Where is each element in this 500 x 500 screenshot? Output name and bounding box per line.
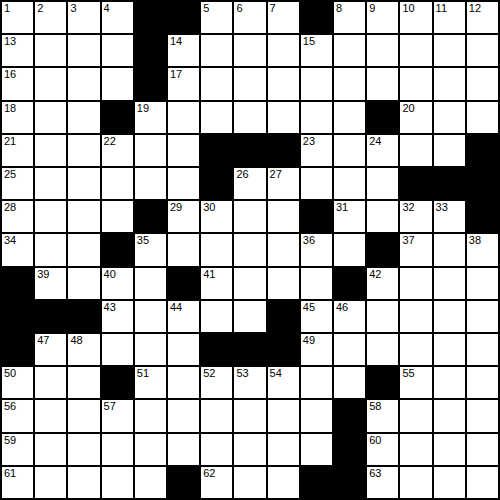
white-cell[interactable] — [102, 334, 133, 365]
clue-number: 17 — [170, 69, 182, 80]
white-cell[interactable]: 34 — [2, 234, 33, 265]
clue-number: 31 — [336, 202, 348, 213]
black-cell — [268, 334, 299, 365]
white-cell[interactable] — [201, 35, 232, 66]
white-cell[interactable]: 58 — [367, 400, 398, 431]
clue-number: 12 — [469, 3, 481, 14]
white-cell[interactable] — [467, 268, 498, 299]
white-cell[interactable] — [35, 68, 66, 99]
white-cell[interactable] — [35, 102, 66, 133]
white-cell[interactable] — [135, 434, 166, 465]
white-cell[interactable] — [367, 68, 398, 99]
white-cell[interactable] — [135, 400, 166, 431]
clue-number: 52 — [203, 368, 215, 379]
white-cell[interactable] — [434, 301, 465, 332]
white-cell[interactable] — [102, 35, 133, 66]
white-cell[interactable] — [68, 434, 99, 465]
white-cell[interactable] — [268, 201, 299, 232]
white-cell[interactable] — [68, 234, 99, 265]
white-cell[interactable]: 11 — [434, 2, 465, 33]
white-cell[interactable]: 43 — [102, 301, 133, 332]
clue-number: 5 — [203, 3, 209, 14]
black-cell — [135, 201, 166, 232]
clue-number: 15 — [303, 36, 315, 47]
white-cell[interactable] — [234, 35, 265, 66]
clue-number: 30 — [203, 202, 215, 213]
black-cell — [334, 268, 365, 299]
white-cell[interactable] — [234, 467, 265, 498]
white-cell[interactable] — [434, 400, 465, 431]
clue-number: 14 — [170, 36, 182, 47]
white-cell[interactable] — [201, 234, 232, 265]
clue-number: 57 — [104, 401, 116, 412]
white-cell[interactable] — [168, 367, 199, 398]
black-cell — [301, 2, 332, 33]
clue-number: 29 — [170, 202, 182, 213]
clue-number: 26 — [236, 169, 248, 180]
white-cell[interactable] — [168, 400, 199, 431]
white-cell[interactable] — [467, 367, 498, 398]
white-cell[interactable] — [467, 400, 498, 431]
white-cell[interactable] — [201, 102, 232, 133]
crossword-grid: 1234567891011121314151617181920212223242… — [0, 0, 500, 500]
white-cell[interactable] — [434, 334, 465, 365]
clue-number: 37 — [402, 235, 414, 246]
white-cell[interactable]: 27 — [268, 168, 299, 199]
clue-number: 58 — [369, 401, 381, 412]
white-cell[interactable]: 57 — [102, 400, 133, 431]
white-cell[interactable] — [135, 467, 166, 498]
white-cell[interactable] — [35, 135, 66, 166]
white-cell[interactable] — [434, 268, 465, 299]
white-cell[interactable]: 55 — [400, 367, 431, 398]
white-cell[interactable]: 48 — [68, 334, 99, 365]
white-cell[interactable] — [367, 35, 398, 66]
clue-number: 41 — [203, 269, 215, 280]
white-cell[interactable]: 29 — [168, 201, 199, 232]
white-cell[interactable]: 26 — [234, 168, 265, 199]
black-cell — [367, 234, 398, 265]
clue-number: 35 — [137, 235, 149, 246]
black-cell — [2, 334, 33, 365]
white-cell[interactable] — [400, 400, 431, 431]
clue-number: 55 — [402, 368, 414, 379]
clue-number: 19 — [137, 103, 149, 114]
clue-number: 4 — [104, 3, 110, 14]
black-cell — [367, 367, 398, 398]
black-cell — [201, 135, 232, 166]
clue-number: 43 — [104, 302, 116, 313]
black-cell — [102, 234, 133, 265]
white-cell[interactable] — [268, 234, 299, 265]
black-cell — [234, 334, 265, 365]
clue-number: 40 — [104, 269, 116, 280]
white-cell[interactable]: 56 — [2, 400, 33, 431]
white-cell[interactable] — [434, 68, 465, 99]
clue-number: 7 — [270, 3, 276, 14]
white-cell[interactable]: 22 — [102, 135, 133, 166]
black-cell — [400, 168, 431, 199]
white-cell[interactable] — [234, 400, 265, 431]
clue-number: 47 — [37, 335, 49, 346]
white-cell[interactable] — [334, 68, 365, 99]
white-cell[interactable]: 60 — [367, 434, 398, 465]
clue-number: 60 — [369, 435, 381, 446]
white-cell[interactable] — [135, 334, 166, 365]
clue-number: 49 — [303, 335, 315, 346]
white-cell[interactable]: 38 — [467, 234, 498, 265]
clue-number: 56 — [4, 401, 16, 412]
clue-number: 6 — [236, 3, 242, 14]
white-cell[interactable] — [400, 301, 431, 332]
white-cell[interactable]: 9 — [367, 2, 398, 33]
black-cell — [102, 102, 133, 133]
black-cell — [234, 135, 265, 166]
white-cell[interactable]: 19 — [135, 102, 166, 133]
white-cell[interactable]: 47 — [35, 334, 66, 365]
white-cell[interactable] — [68, 400, 99, 431]
clue-number: 62 — [203, 468, 215, 479]
white-cell[interactable] — [367, 168, 398, 199]
white-cell[interactable]: 18 — [2, 102, 33, 133]
clue-number: 27 — [270, 169, 282, 180]
white-cell[interactable] — [35, 201, 66, 232]
white-cell[interactable] — [68, 168, 99, 199]
black-cell — [201, 168, 232, 199]
white-cell[interactable] — [467, 68, 498, 99]
clue-number: 50 — [4, 368, 16, 379]
clue-number: 54 — [270, 368, 282, 379]
clue-number: 32 — [402, 202, 414, 213]
white-cell[interactable]: 31 — [334, 201, 365, 232]
white-cell[interactable] — [168, 334, 199, 365]
white-cell[interactable] — [434, 367, 465, 398]
white-cell[interactable]: 14 — [168, 35, 199, 66]
white-cell[interactable] — [234, 102, 265, 133]
black-cell — [168, 467, 199, 498]
white-cell[interactable] — [102, 68, 133, 99]
clue-number: 3 — [70, 3, 76, 14]
clue-number: 18 — [4, 103, 16, 114]
clue-number: 13 — [4, 36, 16, 47]
white-cell[interactable]: 61 — [2, 467, 33, 498]
white-cell[interactable] — [400, 68, 431, 99]
white-cell[interactable]: 24 — [367, 135, 398, 166]
white-cell[interactable] — [168, 234, 199, 265]
white-cell[interactable] — [35, 434, 66, 465]
clue-number: 39 — [37, 269, 49, 280]
white-cell[interactable] — [301, 268, 332, 299]
clue-number: 38 — [469, 235, 481, 246]
white-cell[interactable] — [234, 68, 265, 99]
white-cell[interactable] — [68, 201, 99, 232]
white-cell[interactable]: 1 — [2, 2, 33, 33]
white-cell[interactable] — [168, 135, 199, 166]
white-cell[interactable] — [135, 301, 166, 332]
white-cell[interactable]: 7 — [268, 2, 299, 33]
white-cell[interactable]: 5 — [201, 2, 232, 33]
white-cell[interactable] — [400, 135, 431, 166]
white-cell[interactable] — [135, 135, 166, 166]
white-cell[interactable] — [334, 35, 365, 66]
clue-number: 36 — [303, 235, 315, 246]
clue-number: 63 — [369, 468, 381, 479]
white-cell[interactable]: 12 — [467, 2, 498, 33]
white-cell[interactable] — [334, 234, 365, 265]
white-cell[interactable] — [68, 68, 99, 99]
white-cell[interactable] — [400, 35, 431, 66]
white-cell[interactable]: 40 — [102, 268, 133, 299]
white-cell[interactable] — [135, 268, 166, 299]
white-cell[interactable] — [102, 201, 133, 232]
white-cell[interactable] — [334, 367, 365, 398]
white-cell[interactable] — [234, 434, 265, 465]
black-cell — [301, 201, 332, 232]
white-cell[interactable]: 21 — [2, 135, 33, 166]
clue-number: 16 — [4, 69, 16, 80]
white-cell[interactable] — [68, 102, 99, 133]
clue-number: 61 — [4, 468, 16, 479]
clue-number: 25 — [4, 169, 16, 180]
white-cell[interactable] — [201, 434, 232, 465]
black-cell — [268, 301, 299, 332]
white-cell[interactable] — [467, 334, 498, 365]
clue-number: 21 — [4, 136, 16, 147]
white-cell[interactable] — [168, 434, 199, 465]
black-cell — [135, 68, 166, 99]
white-cell[interactable] — [102, 467, 133, 498]
black-cell — [135, 2, 166, 33]
white-cell[interactable] — [467, 467, 498, 498]
black-cell — [467, 135, 498, 166]
white-cell[interactable] — [467, 102, 498, 133]
white-cell[interactable] — [35, 35, 66, 66]
white-cell[interactable] — [268, 434, 299, 465]
white-cell[interactable]: 30 — [201, 201, 232, 232]
white-cell[interactable] — [268, 68, 299, 99]
white-cell[interactable]: 15 — [301, 35, 332, 66]
black-cell — [35, 301, 66, 332]
white-cell[interactable] — [268, 467, 299, 498]
white-cell[interactable] — [35, 234, 66, 265]
white-cell[interactable]: 59 — [2, 434, 33, 465]
white-cell[interactable] — [102, 434, 133, 465]
white-cell[interactable]: 54 — [268, 367, 299, 398]
clue-number: 20 — [402, 103, 414, 114]
white-cell[interactable] — [135, 168, 166, 199]
clue-number: 1 — [4, 3, 10, 14]
clue-number: 34 — [4, 235, 16, 246]
white-cell[interactable]: 2 — [35, 2, 66, 33]
clue-number: 23 — [303, 136, 315, 147]
white-cell[interactable]: 42 — [367, 268, 398, 299]
white-cell[interactable] — [168, 102, 199, 133]
white-cell[interactable]: 10 — [400, 2, 431, 33]
clue-number: 9 — [369, 3, 375, 14]
white-cell[interactable]: 28 — [2, 201, 33, 232]
black-cell — [2, 301, 33, 332]
white-cell[interactable]: 51 — [135, 367, 166, 398]
white-cell[interactable] — [268, 35, 299, 66]
white-cell[interactable]: 35 — [135, 234, 166, 265]
white-cell[interactable]: 52 — [201, 367, 232, 398]
white-cell[interactable] — [234, 234, 265, 265]
white-cell[interactable]: 33 — [434, 201, 465, 232]
clue-number: 44 — [170, 302, 182, 313]
clue-number: 24 — [369, 136, 381, 147]
white-cell[interactable]: 45 — [301, 301, 332, 332]
white-cell[interactable]: 44 — [168, 301, 199, 332]
white-cell[interactable] — [301, 400, 332, 431]
white-cell[interactable]: 25 — [2, 168, 33, 199]
white-cell[interactable] — [367, 201, 398, 232]
white-cell[interactable]: 63 — [367, 467, 398, 498]
clue-number: 10 — [402, 3, 414, 14]
white-cell[interactable] — [301, 367, 332, 398]
clue-number: 2 — [37, 3, 43, 14]
black-cell — [102, 367, 133, 398]
clue-number: 48 — [70, 335, 82, 346]
white-cell[interactable] — [434, 35, 465, 66]
white-cell[interactable] — [301, 68, 332, 99]
white-cell[interactable] — [35, 168, 66, 199]
black-cell — [334, 434, 365, 465]
white-cell[interactable] — [434, 467, 465, 498]
clue-number: 59 — [4, 435, 16, 446]
black-cell — [168, 268, 199, 299]
white-cell[interactable] — [367, 334, 398, 365]
clue-number: 22 — [104, 136, 116, 147]
white-cell[interactable] — [234, 201, 265, 232]
white-cell[interactable]: 62 — [201, 467, 232, 498]
clue-number: 46 — [336, 302, 348, 313]
white-cell[interactable]: 39 — [35, 268, 66, 299]
white-cell[interactable] — [35, 400, 66, 431]
white-cell[interactable] — [234, 268, 265, 299]
white-cell[interactable] — [68, 268, 99, 299]
white-cell[interactable] — [301, 434, 332, 465]
white-cell[interactable] — [434, 434, 465, 465]
clue-number: 8 — [336, 3, 342, 14]
white-cell[interactable]: 23 — [301, 135, 332, 166]
white-cell[interactable]: 4 — [102, 2, 133, 33]
white-cell[interactable]: 8 — [334, 2, 365, 33]
white-cell[interactable] — [400, 467, 431, 498]
white-cell[interactable]: 36 — [301, 234, 332, 265]
black-cell — [201, 334, 232, 365]
clue-number: 45 — [303, 302, 315, 313]
white-cell[interactable] — [68, 135, 99, 166]
white-cell[interactable] — [268, 400, 299, 431]
white-cell[interactable] — [35, 367, 66, 398]
black-cell — [334, 400, 365, 431]
white-cell[interactable] — [434, 234, 465, 265]
white-cell[interactable] — [434, 135, 465, 166]
black-cell — [68, 301, 99, 332]
black-cell — [467, 201, 498, 232]
white-cell[interactable] — [400, 334, 431, 365]
white-cell[interactable] — [201, 400, 232, 431]
clue-number: 11 — [436, 3, 447, 14]
white-cell[interactable] — [400, 434, 431, 465]
white-cell[interactable] — [301, 168, 332, 199]
black-cell — [268, 135, 299, 166]
white-cell[interactable]: 37 — [400, 234, 431, 265]
clue-number: 28 — [4, 202, 16, 213]
white-cell[interactable] — [68, 367, 99, 398]
black-cell — [434, 168, 465, 199]
black-cell — [334, 467, 365, 498]
white-cell[interactable]: 32 — [400, 201, 431, 232]
white-cell[interactable] — [35, 467, 66, 498]
black-cell — [367, 102, 398, 133]
white-cell[interactable] — [334, 168, 365, 199]
white-cell[interactable] — [234, 301, 265, 332]
clue-number: 33 — [436, 202, 448, 213]
white-cell[interactable] — [268, 102, 299, 133]
white-cell[interactable] — [334, 334, 365, 365]
clue-number: 53 — [236, 368, 248, 379]
white-cell[interactable] — [201, 68, 232, 99]
white-cell[interactable]: 20 — [400, 102, 431, 133]
white-cell[interactable] — [400, 268, 431, 299]
white-cell[interactable]: 49 — [301, 334, 332, 365]
black-cell — [168, 2, 199, 33]
white-cell[interactable] — [102, 168, 133, 199]
clue-number: 51 — [137, 368, 149, 379]
black-cell — [301, 467, 332, 498]
white-cell[interactable] — [334, 102, 365, 133]
white-cell[interactable]: 46 — [334, 301, 365, 332]
white-cell[interactable] — [201, 301, 232, 332]
white-cell[interactable] — [168, 168, 199, 199]
white-cell[interactable] — [301, 102, 332, 133]
white-cell[interactable]: 53 — [234, 367, 265, 398]
white-cell[interactable]: 3 — [68, 2, 99, 33]
white-cell[interactable] — [68, 35, 99, 66]
white-cell[interactable] — [467, 434, 498, 465]
clue-number: 42 — [369, 269, 381, 280]
white-cell[interactable]: 41 — [201, 268, 232, 299]
white-cell[interactable] — [434, 102, 465, 133]
white-cell[interactable]: 6 — [234, 2, 265, 33]
white-cell[interactable] — [467, 301, 498, 332]
white-cell[interactable]: 16 — [2, 68, 33, 99]
white-cell[interactable]: 13 — [2, 35, 33, 66]
white-cell[interactable] — [268, 268, 299, 299]
white-cell[interactable]: 50 — [2, 367, 33, 398]
black-cell — [135, 35, 166, 66]
white-cell[interactable] — [68, 467, 99, 498]
white-cell[interactable]: 17 — [168, 68, 199, 99]
white-cell[interactable] — [367, 301, 398, 332]
black-cell — [2, 268, 33, 299]
white-cell[interactable] — [334, 135, 365, 166]
black-cell — [467, 168, 498, 199]
white-cell[interactable] — [467, 35, 498, 66]
